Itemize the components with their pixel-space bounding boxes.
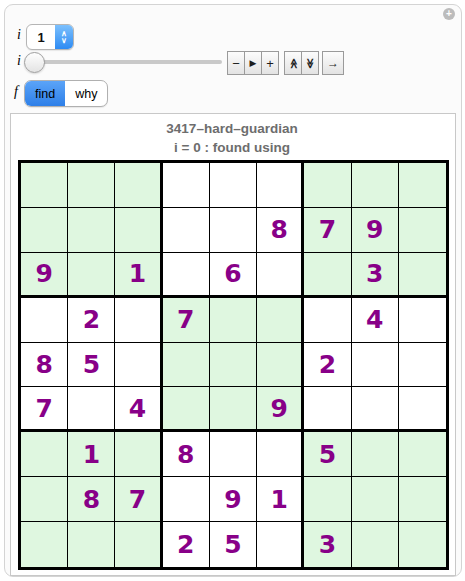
sudoku-cell-r5c2: 5 xyxy=(68,343,115,388)
i-value[interactable]: 1 xyxy=(27,25,55,49)
sudoku-cell-r9c3 xyxy=(115,522,162,567)
faster-button[interactable]: ≫ xyxy=(285,52,302,74)
sudoku-cell-r1c9 xyxy=(399,163,446,208)
sudoku-cell-r5c9 xyxy=(399,343,446,388)
sudoku-cell-r9c1 xyxy=(21,522,68,567)
sudoku-cell-r7c3 xyxy=(115,432,162,477)
stepper-down-icon[interactable]: ∨ xyxy=(61,37,67,44)
sudoku-cell-r1c2 xyxy=(68,163,115,208)
sudoku-cell-r5c8 xyxy=(352,343,399,388)
sudoku-cell-r1c5 xyxy=(210,163,257,208)
why-button[interactable]: why xyxy=(65,81,107,106)
decrement-button[interactable]: − xyxy=(228,52,245,74)
sudoku-cell-r3c2 xyxy=(68,253,115,298)
sudoku-cell-r7c4: 8 xyxy=(163,432,210,477)
sudoku-cell-r1c7 xyxy=(304,163,351,208)
right-arrow-icon: → xyxy=(327,56,339,70)
f-setter-bar: find why xyxy=(24,80,108,107)
sudoku-cell-r4c8: 4 xyxy=(352,298,399,343)
sudoku-cell-r4c6 xyxy=(257,298,304,343)
i-slider-track[interactable] xyxy=(28,60,222,64)
slower-button[interactable]: ≫ xyxy=(302,52,318,74)
sudoku-cell-r1c8 xyxy=(352,163,399,208)
minus-icon: − xyxy=(232,56,240,71)
sudoku-cell-r8c3: 7 xyxy=(115,477,162,522)
playback-step-group: − ▶ + xyxy=(227,51,279,75)
slider-label: i xyxy=(17,53,21,69)
sudoku-cell-r3c8: 3 xyxy=(352,253,399,298)
find-button[interactable]: find xyxy=(25,81,65,106)
sudoku-cell-r8c6: 1 xyxy=(257,477,304,522)
sudoku-cell-r8c9 xyxy=(399,477,446,522)
sudoku-cell-r8c4 xyxy=(163,477,210,522)
sudoku-cell-r8c2: 8 xyxy=(68,477,115,522)
playback-speed-group: ≫ ≫ xyxy=(284,51,319,75)
sudoku-cell-r2c8: 9 xyxy=(352,208,399,253)
sudoku-cell-r5c4 xyxy=(163,343,210,388)
playback-direction-group: → xyxy=(322,51,344,75)
sudoku-cell-r2c5 xyxy=(210,208,257,253)
sudoku-cell-r2c9 xyxy=(399,208,446,253)
sudoku-cell-r9c8 xyxy=(352,522,399,567)
play-button[interactable]: ▶ xyxy=(245,52,262,74)
increment-button[interactable]: + xyxy=(262,52,278,74)
puzzle-title: 3417–hard–guardian xyxy=(10,121,454,136)
sudoku-cell-r9c5: 5 xyxy=(210,522,257,567)
sudoku-cell-r6c1: 7 xyxy=(21,387,68,432)
sudoku-cell-r2c1 xyxy=(21,208,68,253)
sudoku-cell-r4c5 xyxy=(210,298,257,343)
sudoku-cell-r3c7 xyxy=(304,253,351,298)
sudoku-cell-r2c4 xyxy=(163,208,210,253)
sudoku-cell-r7c9 xyxy=(399,432,446,477)
sudoku-cell-r4c9 xyxy=(399,298,446,343)
sudoku-cell-r3c4 xyxy=(163,253,210,298)
sudoku-cell-r6c6: 9 xyxy=(257,387,304,432)
sudoku-cell-r2c2 xyxy=(68,208,115,253)
direction-button[interactable]: → xyxy=(323,52,343,74)
sudoku-cell-r2c6: 8 xyxy=(257,208,304,253)
sudoku-cell-r1c1 xyxy=(21,163,68,208)
sudoku-cell-r7c8 xyxy=(352,432,399,477)
sudoku-cell-r9c9 xyxy=(399,522,446,567)
sudoku-cell-r5c3 xyxy=(115,343,162,388)
sudoku-cell-r8c7 xyxy=(304,477,351,522)
sudoku-cell-r6c3: 4 xyxy=(115,387,162,432)
sudoku-cell-r2c7: 7 xyxy=(304,208,351,253)
sudoku-cell-r5c6 xyxy=(257,343,304,388)
sudoku-cell-r6c5 xyxy=(210,387,257,432)
sudoku-cell-r2c3 xyxy=(115,208,162,253)
sudoku-cell-r6c9 xyxy=(399,387,446,432)
sudoku-cell-r6c4 xyxy=(163,387,210,432)
sudoku-cell-r8c8 xyxy=(352,477,399,522)
sudoku-cell-r7c7: 5 xyxy=(304,432,351,477)
sudoku-cell-r1c3 xyxy=(115,163,162,208)
sudoku-cell-r3c3: 1 xyxy=(115,253,162,298)
iteration-status: i = 0 : found using xyxy=(10,140,454,155)
sudoku-cell-r3c5: 6 xyxy=(210,253,257,298)
sudoku-cell-r9c7: 3 xyxy=(304,522,351,567)
sudoku-cell-r8c5: 9 xyxy=(210,477,257,522)
sudoku-cell-r4c7 xyxy=(304,298,351,343)
play-icon: ▶ xyxy=(250,58,257,68)
paneling-plus-button[interactable]: + xyxy=(443,8,455,20)
sudoku-cell-r9c6 xyxy=(257,522,304,567)
sudoku-cell-r5c7: 2 xyxy=(304,343,351,388)
sudoku-cell-r7c1 xyxy=(21,432,68,477)
sudoku-cell-r4c2: 2 xyxy=(68,298,115,343)
sudoku-cell-r1c6 xyxy=(257,163,304,208)
sudoku-cell-r7c2: 1 xyxy=(68,432,115,477)
sudoku-cell-r9c2 xyxy=(68,522,115,567)
value-stepper[interactable]: ∧ ∨ xyxy=(55,25,73,49)
sudoku-cell-r7c6 xyxy=(257,432,304,477)
plus-icon: + xyxy=(266,56,274,71)
sudoku-cell-r6c8 xyxy=(352,387,399,432)
sudoku-cell-r4c3 xyxy=(115,298,162,343)
i-slider-thumb[interactable] xyxy=(24,52,45,73)
sudoku-cell-r8c1 xyxy=(21,477,68,522)
setter-label: f xyxy=(14,84,18,100)
sudoku-cell-r9c4: 2 xyxy=(163,522,210,567)
sudoku-cell-r3c6 xyxy=(257,253,304,298)
stepper-label: i xyxy=(17,27,21,43)
sudoku-cell-r5c1: 8 xyxy=(21,343,68,388)
i-value-popup[interactable]: 1 ∧ ∨ xyxy=(26,24,74,50)
double-chevron-down-icon: ≫ xyxy=(305,58,316,68)
sudoku-cell-r6c7 xyxy=(304,387,351,432)
sudoku-cell-r6c2 xyxy=(68,387,115,432)
sudoku-cell-r3c1: 9 xyxy=(21,253,68,298)
sudoku-cell-r4c1 xyxy=(21,298,68,343)
sudoku-grid: 87991632748527491858791253 xyxy=(18,160,449,570)
sudoku-cell-r4c4: 7 xyxy=(163,298,210,343)
double-chevron-up-icon: ≫ xyxy=(288,58,299,68)
sudoku-cell-r7c5 xyxy=(210,432,257,477)
sudoku-cell-r3c9 xyxy=(399,253,446,298)
sudoku-cell-r5c5 xyxy=(210,343,257,388)
sudoku-cell-r1c4 xyxy=(163,163,210,208)
